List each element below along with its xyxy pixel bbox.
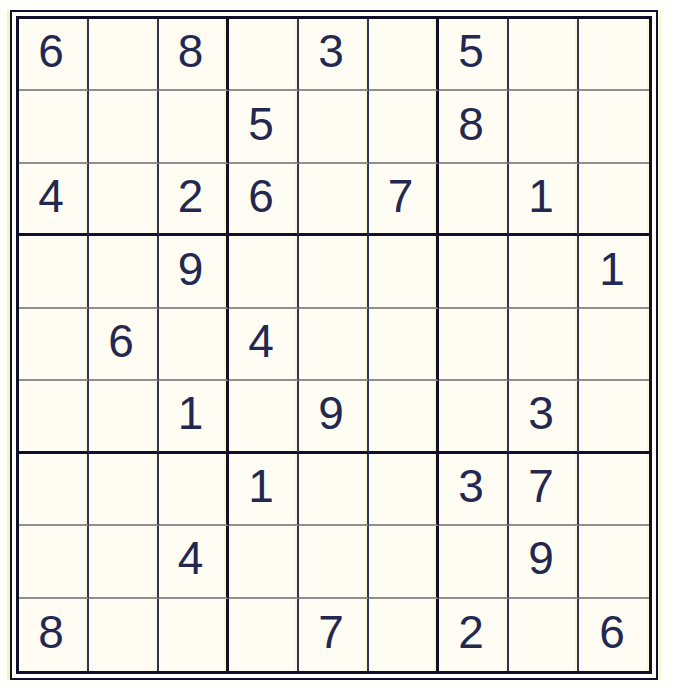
cell-r9c7[interactable]: 2: [439, 599, 509, 671]
cell-r3c4[interactable]: 6: [229, 164, 299, 236]
given-digit: 1: [528, 173, 554, 219]
cell-r3c2[interactable]: [89, 164, 159, 236]
cell-r4c5[interactable]: [299, 236, 369, 308]
cell-r3c3[interactable]: 2: [159, 164, 229, 236]
cell-r7c4[interactable]: 1: [229, 454, 299, 526]
cell-r6c9[interactable]: [579, 381, 649, 453]
cell-r3c6[interactable]: 7: [369, 164, 439, 236]
given-digit: 4: [38, 173, 64, 219]
cell-r1c7[interactable]: 5: [439, 19, 509, 91]
cell-r8c4[interactable]: [229, 526, 299, 598]
given-digit: 6: [599, 609, 625, 655]
cell-r2c1[interactable]: [19, 91, 89, 163]
cell-r5c3[interactable]: [159, 309, 229, 381]
cell-r7c7[interactable]: 3: [439, 454, 509, 526]
given-digit: 5: [248, 101, 274, 147]
cell-r4c8[interactable]: [509, 236, 579, 308]
cell-r9c8[interactable]: [509, 599, 579, 671]
given-digit: 1: [599, 246, 625, 292]
cell-r9c5[interactable]: 7: [299, 599, 369, 671]
cell-r7c5[interactable]: [299, 454, 369, 526]
cell-r1c3[interactable]: 8: [159, 19, 229, 91]
cell-r2c2[interactable]: [89, 91, 159, 163]
cell-r5c5[interactable]: [299, 309, 369, 381]
cell-r6c2[interactable]: [89, 381, 159, 453]
given-digit: 6: [248, 173, 274, 219]
cell-r5c7[interactable]: [439, 309, 509, 381]
sudoku-grid: 683558426719164193137498726: [19, 19, 649, 671]
cell-r9c9[interactable]: 6: [579, 599, 649, 671]
cell-r9c2[interactable]: [89, 599, 159, 671]
cell-r2c5[interactable]: [299, 91, 369, 163]
cell-r4c9[interactable]: 1: [579, 236, 649, 308]
cell-r3c8[interactable]: 1: [509, 164, 579, 236]
cell-r7c1[interactable]: [19, 454, 89, 526]
cell-r4c4[interactable]: [229, 236, 299, 308]
cell-r7c3[interactable]: [159, 454, 229, 526]
sudoku-board-border: 683558426719164193137498726: [16, 16, 652, 674]
cell-r2c7[interactable]: 8: [439, 91, 509, 163]
given-digit: 7: [528, 463, 554, 509]
cell-r1c8[interactable]: [509, 19, 579, 91]
cell-r2c3[interactable]: [159, 91, 229, 163]
given-digit: 8: [458, 101, 484, 147]
cell-r2c8[interactable]: [509, 91, 579, 163]
cell-r6c6[interactable]: [369, 381, 439, 453]
cell-r1c6[interactable]: [369, 19, 439, 91]
cell-r5c6[interactable]: [369, 309, 439, 381]
cell-r4c2[interactable]: [89, 236, 159, 308]
given-digit: 4: [248, 318, 274, 364]
given-digit: 8: [178, 28, 204, 74]
given-digit: 9: [528, 535, 554, 581]
cell-r3c9[interactable]: [579, 164, 649, 236]
cell-r8c2[interactable]: [89, 526, 159, 598]
cell-r1c2[interactable]: [89, 19, 159, 91]
cell-r5c1[interactable]: [19, 309, 89, 381]
cell-r8c7[interactable]: [439, 526, 509, 598]
cell-r6c3[interactable]: 1: [159, 381, 229, 453]
cell-r6c7[interactable]: [439, 381, 509, 453]
cell-r4c7[interactable]: [439, 236, 509, 308]
cell-r1c9[interactable]: [579, 19, 649, 91]
cell-r4c1[interactable]: [19, 236, 89, 308]
cell-r7c8[interactable]: 7: [509, 454, 579, 526]
cell-r8c6[interactable]: [369, 526, 439, 598]
given-digit: 8: [38, 609, 64, 655]
given-digit: 6: [38, 28, 64, 74]
cell-r6c4[interactable]: [229, 381, 299, 453]
given-digit: 5: [458, 28, 484, 74]
cell-r2c4[interactable]: 5: [229, 91, 299, 163]
cell-r1c5[interactable]: 3: [299, 19, 369, 91]
cell-r7c2[interactable]: [89, 454, 159, 526]
given-digit: 9: [178, 246, 204, 292]
cell-r1c1[interactable]: 6: [19, 19, 89, 91]
cell-r6c1[interactable]: [19, 381, 89, 453]
given-digit: 2: [458, 609, 484, 655]
given-digit: 1: [248, 463, 274, 509]
cell-r4c6[interactable]: [369, 236, 439, 308]
cell-r6c8[interactable]: 3: [509, 381, 579, 453]
cell-r9c4[interactable]: [229, 599, 299, 671]
cell-r2c9[interactable]: [579, 91, 649, 163]
given-digit: 9: [318, 390, 344, 436]
given-digit: 4: [178, 535, 204, 581]
cell-r9c1[interactable]: 8: [19, 599, 89, 671]
given-digit: 3: [318, 28, 344, 74]
given-digit: 3: [528, 390, 554, 436]
cell-r8c9[interactable]: [579, 526, 649, 598]
cell-r8c8[interactable]: 9: [509, 526, 579, 598]
cell-r8c3[interactable]: 4: [159, 526, 229, 598]
given-digit: 2: [178, 173, 204, 219]
cell-r2c6[interactable]: [369, 91, 439, 163]
cell-r5c8[interactable]: [509, 309, 579, 381]
cell-r3c7[interactable]: [439, 164, 509, 236]
given-digit: 3: [458, 463, 484, 509]
cell-r9c6[interactable]: [369, 599, 439, 671]
given-digit: 6: [108, 318, 134, 364]
sudoku-board-frame: 683558426719164193137498726: [10, 10, 658, 680]
cell-r1c4[interactable]: [229, 19, 299, 91]
given-digit: 1: [178, 390, 204, 436]
cell-r9c3[interactable]: [159, 599, 229, 671]
given-digit: 7: [318, 609, 344, 655]
cell-r7c9[interactable]: [579, 454, 649, 526]
cell-r3c5[interactable]: [299, 164, 369, 236]
cell-r5c9[interactable]: [579, 309, 649, 381]
cell-r7c6[interactable]: [369, 454, 439, 526]
cell-r5c4[interactable]: 4: [229, 309, 299, 381]
cell-r4c3[interactable]: 9: [159, 236, 229, 308]
cell-r5c2[interactable]: 6: [89, 309, 159, 381]
cell-r8c1[interactable]: [19, 526, 89, 598]
cell-r3c1[interactable]: 4: [19, 164, 89, 236]
cell-r8c5[interactable]: [299, 526, 369, 598]
given-digit: 7: [388, 173, 414, 219]
cell-r6c5[interactable]: 9: [299, 381, 369, 453]
